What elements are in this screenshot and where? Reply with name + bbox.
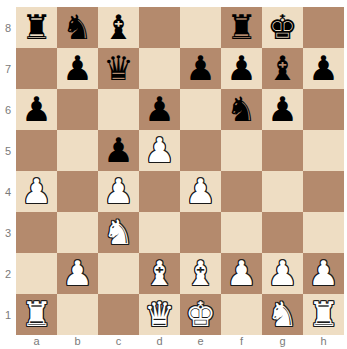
piece-white-king[interactable]: ♚ [185,294,215,335]
square-a7[interactable] [16,48,57,89]
square-a6[interactable]: ♟ [16,89,57,130]
square-d6[interactable]: ♟ [139,89,180,130]
piece-white-pawn[interactable]: ♟ [308,253,338,294]
chess-board-container: 8♜♞♝♜♚7♟♛♟♟♝♟6♟♟♞♟5♟♟4♟♟♟3♞2♟♝♝♟♟♟1♜♛♚♞♜… [0,0,347,349]
chess-board: 8♜♞♝♜♚7♟♛♟♟♝♟6♟♟♞♟5♟♟4♟♟♟3♞2♟♝♝♟♟♟1♜♛♚♞♜… [0,7,347,349]
piece-black-pawn[interactable]: ♟ [267,89,297,130]
square-d2[interactable]: ♝ [139,253,180,294]
file-label-h: h [303,335,344,349]
square-a5[interactable] [16,130,57,171]
square-a2[interactable] [16,253,57,294]
square-c5[interactable]: ♟ [98,130,139,171]
square-c3[interactable]: ♞ [98,212,139,253]
square-e6[interactable] [180,89,221,130]
piece-black-rook[interactable]: ♜ [226,7,256,48]
square-d5[interactable]: ♟ [139,130,180,171]
square-g5[interactable] [262,130,303,171]
square-h2[interactable]: ♟ [303,253,344,294]
piece-white-rook[interactable]: ♜ [308,294,338,335]
square-e8[interactable] [180,7,221,48]
square-c4[interactable]: ♟ [98,171,139,212]
piece-black-bishop[interactable]: ♝ [103,7,133,48]
piece-black-knight[interactable]: ♞ [62,7,92,48]
square-b8[interactable]: ♞ [57,7,98,48]
piece-white-knight[interactable]: ♞ [103,212,133,253]
square-c6[interactable] [98,89,139,130]
piece-black-king[interactable]: ♚ [267,7,297,48]
piece-black-pawn[interactable]: ♟ [103,130,133,171]
square-d1[interactable]: ♛ [139,294,180,335]
piece-white-queen[interactable]: ♛ [144,294,174,335]
square-c1[interactable] [98,294,139,335]
rank-label-8: 8 [0,7,16,48]
piece-white-pawn[interactable]: ♟ [144,130,174,171]
piece-black-pawn[interactable]: ♟ [226,48,256,89]
square-f8[interactable]: ♜ [221,7,262,48]
piece-white-pawn[interactable]: ♟ [267,253,297,294]
square-h5[interactable] [303,130,344,171]
piece-black-bishop[interactable]: ♝ [267,48,297,89]
square-h3[interactable] [303,212,344,253]
square-f3[interactable] [221,212,262,253]
board-corner-spacer [0,335,16,349]
file-label-b: b [57,335,98,349]
piece-white-rook[interactable]: ♜ [21,294,51,335]
piece-black-pawn[interactable]: ♟ [21,89,51,130]
square-h8[interactable] [303,7,344,48]
square-a4[interactable]: ♟ [16,171,57,212]
piece-white-pawn[interactable]: ♟ [103,171,133,212]
square-h1[interactable]: ♜ [303,294,344,335]
piece-black-knight[interactable]: ♞ [226,89,256,130]
piece-white-pawn[interactable]: ♟ [21,171,51,212]
square-b3[interactable] [57,212,98,253]
square-f5[interactable] [221,130,262,171]
square-h4[interactable] [303,171,344,212]
file-label-e: e [180,335,221,349]
piece-black-queen[interactable]: ♛ [103,48,133,89]
square-g3[interactable] [262,212,303,253]
square-d8[interactable] [139,7,180,48]
square-c7[interactable]: ♛ [98,48,139,89]
square-e1[interactable]: ♚ [180,294,221,335]
rank-label-7: 7 [0,48,16,89]
square-f4[interactable] [221,171,262,212]
square-g7[interactable]: ♝ [262,48,303,89]
square-b5[interactable] [57,130,98,171]
square-e5[interactable] [180,130,221,171]
square-b2[interactable]: ♟ [57,253,98,294]
rank-label-4: 4 [0,171,16,212]
square-g1[interactable]: ♞ [262,294,303,335]
square-e7[interactable]: ♟ [180,48,221,89]
file-label-g: g [262,335,303,349]
square-g4[interactable] [262,171,303,212]
rank-label-3: 3 [0,212,16,253]
piece-white-bishop[interactable]: ♝ [185,253,215,294]
square-d7[interactable] [139,48,180,89]
piece-black-pawn[interactable]: ♟ [308,48,338,89]
piece-black-rook[interactable]: ♜ [21,7,51,48]
piece-black-pawn[interactable]: ♟ [185,48,215,89]
square-b7[interactable]: ♟ [57,48,98,89]
file-label-c: c [98,335,139,349]
square-e3[interactable] [180,212,221,253]
rank-label-6: 6 [0,89,16,130]
square-b4[interactable] [57,171,98,212]
square-c2[interactable] [98,253,139,294]
square-g6[interactable]: ♟ [262,89,303,130]
file-label-f: f [221,335,262,349]
rank-label-2: 2 [0,253,16,294]
square-a1[interactable]: ♜ [16,294,57,335]
square-c8[interactable]: ♝ [98,7,139,48]
piece-white-bishop[interactable]: ♝ [144,253,174,294]
square-d3[interactable] [139,212,180,253]
square-g2[interactable]: ♟ [262,253,303,294]
file-label-a: a [16,335,57,349]
square-g8[interactable]: ♚ [262,7,303,48]
square-b6[interactable] [57,89,98,130]
square-e2[interactable]: ♝ [180,253,221,294]
file-label-d: d [139,335,180,349]
square-b1[interactable] [57,294,98,335]
square-a8[interactable]: ♜ [16,7,57,48]
square-f1[interactable] [221,294,262,335]
square-f7[interactable]: ♟ [221,48,262,89]
square-a3[interactable] [16,212,57,253]
rank-label-5: 5 [0,130,16,171]
square-h6[interactable] [303,89,344,130]
square-f2[interactable]: ♟ [221,253,262,294]
square-f6[interactable]: ♞ [221,89,262,130]
piece-white-pawn[interactable]: ♟ [62,253,92,294]
piece-white-pawn[interactable]: ♟ [185,171,215,212]
square-e4[interactable]: ♟ [180,171,221,212]
square-d4[interactable] [139,171,180,212]
piece-white-pawn[interactable]: ♟ [226,253,256,294]
piece-white-knight[interactable]: ♞ [267,294,297,335]
piece-black-pawn[interactable]: ♟ [62,48,92,89]
square-h7[interactable]: ♟ [303,48,344,89]
rank-label-1: 1 [0,294,16,335]
piece-black-pawn[interactable]: ♟ [144,89,174,130]
